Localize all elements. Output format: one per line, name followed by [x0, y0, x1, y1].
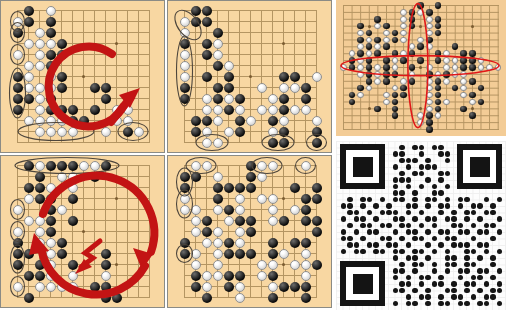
white-stone [383, 30, 390, 37]
qr-module [471, 236, 477, 242]
black-stone [224, 249, 234, 259]
qr-module [484, 229, 490, 235]
black-stone [301, 238, 311, 248]
qr-module [484, 223, 490, 229]
white-stone [46, 83, 56, 93]
black-stone [224, 205, 234, 215]
white-stone [435, 71, 442, 78]
black-stone [452, 43, 459, 50]
black-stone [312, 183, 322, 193]
white-stone [24, 72, 34, 82]
black-stone [213, 61, 223, 71]
black-stone [383, 57, 390, 64]
qr-module [393, 210, 399, 216]
black-stone [435, 106, 442, 113]
white-stone [400, 37, 407, 44]
black-stone [417, 43, 424, 50]
white-stone [374, 23, 381, 30]
black-stone [469, 92, 476, 99]
white-stone [443, 57, 450, 64]
black-stone [435, 85, 442, 92]
black-stone [35, 183, 45, 193]
white-stone [191, 205, 201, 215]
qr-module [367, 223, 373, 229]
white-stone [235, 238, 245, 248]
white-stone [426, 43, 433, 50]
white-stone [257, 83, 267, 93]
black-stone [409, 9, 416, 16]
qr-module [412, 288, 418, 294]
qr-module [477, 255, 483, 261]
white-stone [46, 238, 56, 248]
white-stone [400, 9, 407, 16]
black-stone [57, 105, 67, 115]
qr-module [471, 281, 477, 287]
black-stone [268, 293, 278, 303]
qr-module [393, 275, 399, 281]
white-stone [123, 116, 133, 126]
white-stone [257, 271, 267, 281]
white-stone [202, 238, 212, 248]
white-stone [290, 83, 300, 93]
qr-module [484, 268, 490, 274]
black-stone [246, 227, 256, 237]
black-stone [24, 183, 34, 193]
white-stone [13, 205, 23, 215]
black-stone [290, 238, 300, 248]
qr-module [347, 203, 353, 209]
black-stone [213, 83, 223, 93]
qr-module [458, 197, 464, 203]
qr-module [438, 177, 444, 183]
black-stone [460, 64, 467, 71]
qr-module [490, 203, 496, 209]
black-stone [35, 260, 45, 270]
qr-module [419, 184, 425, 190]
white-stone [180, 72, 190, 82]
black-stone [435, 23, 442, 30]
qr-module [438, 203, 444, 209]
white-stone [383, 92, 390, 99]
white-stone [35, 61, 45, 71]
qr-module [425, 197, 431, 203]
white-stone [24, 194, 34, 204]
black-stone [366, 30, 373, 37]
qr-module [412, 268, 418, 274]
white-stone [400, 50, 407, 57]
black-stone [224, 183, 234, 193]
white-stone [443, 64, 450, 71]
white-stone [400, 16, 407, 23]
qr-module [360, 223, 366, 229]
white-stone [213, 105, 223, 115]
white-stone [90, 161, 100, 171]
white-stone [57, 127, 67, 137]
qr-module [347, 197, 353, 203]
white-stone [495, 64, 502, 71]
black-stone [366, 78, 373, 85]
qr-module [458, 268, 464, 274]
qr-module [484, 197, 490, 203]
qr-module [360, 203, 366, 209]
qr-module [445, 236, 451, 242]
white-stone [374, 64, 381, 71]
white-stone [426, 64, 433, 71]
black-stone [460, 106, 467, 113]
white-stone [35, 161, 45, 171]
qr-module [451, 262, 457, 268]
qr-module [412, 301, 418, 307]
black-stone [301, 94, 311, 104]
white-stone [35, 50, 45, 60]
black-stone [426, 9, 433, 16]
white-stone [460, 92, 467, 99]
white-stone [24, 39, 34, 49]
black-stone [301, 293, 311, 303]
black-stone [357, 23, 364, 30]
qr-module [497, 249, 503, 255]
qr-module [425, 288, 431, 294]
qr-module [393, 268, 399, 274]
white-stone [409, 43, 416, 50]
qr-module [399, 262, 405, 268]
black-stone [101, 94, 111, 104]
black-stone [460, 57, 467, 64]
black-stone [57, 72, 67, 82]
white-stone [426, 106, 433, 113]
qr-module [451, 255, 457, 261]
black-stone [392, 50, 399, 57]
black-stone [312, 194, 322, 204]
white-stone [24, 61, 34, 71]
qr-module [341, 229, 347, 235]
black-stone [191, 282, 201, 292]
white-stone [112, 116, 122, 126]
qr-module [432, 223, 438, 229]
qr-module [419, 151, 425, 157]
white-stone [257, 172, 267, 182]
black-stone [213, 28, 223, 38]
qr-module [412, 158, 418, 164]
qr-module [497, 268, 503, 274]
qr-module [360, 216, 366, 222]
black-stone [301, 194, 311, 204]
black-stone [101, 260, 111, 270]
white-stone [202, 161, 212, 171]
white-stone [46, 72, 56, 82]
qr-module [497, 197, 503, 203]
qr-module [490, 210, 496, 216]
white-stone [46, 39, 56, 49]
white-stone [374, 78, 381, 85]
white-stone [191, 216, 201, 226]
white-stone [57, 172, 67, 182]
qr-module [393, 197, 399, 203]
qr-module [464, 242, 470, 248]
black-stone [290, 282, 300, 292]
white-stone [366, 50, 373, 57]
qr-module [406, 223, 412, 229]
white-stone [268, 205, 278, 215]
white-stone [35, 227, 45, 237]
qr-module [399, 177, 405, 183]
black-stone [426, 37, 433, 44]
black-stone [392, 112, 399, 119]
qr-module [432, 249, 438, 255]
qr-module [425, 216, 431, 222]
qr-module [464, 268, 470, 274]
qr-module [490, 288, 496, 294]
qr-module [445, 229, 451, 235]
qr-module [347, 210, 353, 216]
black-stone [68, 116, 78, 126]
qr-module [419, 236, 425, 242]
qr-module [438, 190, 444, 196]
white-stone [301, 249, 311, 259]
qr-module [432, 268, 438, 274]
qr-module [406, 158, 412, 164]
white-stone [409, 71, 416, 78]
white-stone [35, 238, 45, 248]
qr-module [464, 216, 470, 222]
qr-module [412, 255, 418, 261]
black-stone [392, 71, 399, 78]
white-stone [235, 227, 245, 237]
white-stone [180, 205, 190, 215]
go-article-collage [0, 0, 506, 310]
white-stone [357, 92, 364, 99]
qr-finder-center [353, 274, 373, 294]
qr-module [425, 158, 431, 164]
black-stone [46, 194, 56, 204]
qr-module [438, 294, 444, 300]
qr-module [425, 242, 431, 248]
black-stone [279, 216, 289, 226]
qr-module [347, 223, 353, 229]
black-stone [279, 282, 289, 292]
qr-module [386, 242, 392, 248]
qr-module [464, 262, 470, 268]
white-stone [426, 23, 433, 30]
white-stone [235, 282, 245, 292]
black-stone [290, 72, 300, 82]
qr-module [458, 229, 464, 235]
white-stone [235, 194, 245, 204]
white-stone [301, 271, 311, 281]
black-stone [279, 127, 289, 137]
qr-module [380, 210, 386, 216]
black-stone [400, 85, 407, 92]
white-stone [202, 138, 212, 148]
black-stone [301, 83, 311, 93]
white-stone [57, 282, 67, 292]
white-stone [340, 64, 347, 71]
qr-module [406, 203, 412, 209]
qr-module [367, 210, 373, 216]
white-stone [268, 282, 278, 292]
qr-module [406, 294, 412, 300]
qr-module [464, 288, 470, 294]
white-stone [191, 227, 201, 237]
black-stone [392, 37, 399, 44]
qr-module [419, 294, 425, 300]
white-stone [224, 127, 234, 137]
black-stone [13, 72, 23, 82]
qr-module [393, 190, 399, 196]
qr-module [445, 288, 451, 294]
qr-finder-pattern [340, 144, 385, 189]
white-stone [443, 78, 450, 85]
white-stone [46, 183, 56, 193]
white-stone [312, 116, 322, 126]
white-stone [452, 64, 459, 71]
black-stone [426, 71, 433, 78]
black-stone [460, 50, 467, 57]
white-stone [13, 282, 23, 292]
qr-module [497, 216, 503, 222]
white-stone [426, 30, 433, 37]
qr-module [386, 223, 392, 229]
qr-module [419, 223, 425, 229]
qr-module [354, 249, 360, 255]
black-stone [349, 57, 356, 64]
black-stone [366, 43, 373, 50]
black-stone [435, 92, 442, 99]
qr-module [464, 301, 470, 307]
qr-module [432, 190, 438, 196]
black-stone [469, 64, 476, 71]
stone-grid [179, 160, 322, 303]
qr-module [484, 301, 490, 307]
white-stone [180, 17, 190, 27]
black-stone [452, 85, 459, 92]
qr-module [497, 288, 503, 294]
white-stone [35, 216, 45, 226]
black-stone [180, 249, 190, 259]
go-board-19x19-symmetry [336, 0, 506, 136]
black-stone [68, 194, 78, 204]
black-stone [268, 116, 278, 126]
qr-module [412, 249, 418, 255]
black-stone [213, 183, 223, 193]
white-stone [460, 85, 467, 92]
go-board-screenshot-top-left [0, 0, 165, 153]
black-stone [101, 293, 111, 303]
black-stone [46, 205, 56, 215]
qr-module [406, 177, 412, 183]
black-stone [24, 17, 34, 27]
black-stone [13, 249, 23, 259]
black-stone [268, 249, 278, 259]
black-stone [409, 50, 416, 57]
qr-module [367, 197, 373, 203]
black-stone [68, 260, 78, 270]
black-stone [268, 138, 278, 148]
qr-module [399, 171, 405, 177]
black-stone [409, 23, 416, 30]
black-stone [202, 6, 212, 16]
black-stone [224, 282, 234, 292]
black-stone [123, 127, 133, 137]
white-stone [478, 64, 485, 71]
qr-module [464, 255, 470, 261]
black-stone [191, 17, 201, 27]
black-stone [202, 227, 212, 237]
qr-module [406, 242, 412, 248]
black-stone [392, 99, 399, 106]
black-stone [224, 72, 234, 82]
black-stone [383, 64, 390, 71]
black-stone [35, 194, 45, 204]
qr-code [336, 141, 506, 310]
black-stone [202, 50, 212, 60]
white-stone [400, 30, 407, 37]
qr-module [399, 216, 405, 222]
qr-module [458, 275, 464, 281]
black-stone [213, 194, 223, 204]
black-stone [202, 116, 212, 126]
qr-module [354, 210, 360, 216]
qr-module [477, 268, 483, 274]
black-stone [435, 99, 442, 106]
black-stone [366, 57, 373, 64]
qr-module [432, 236, 438, 242]
white-stone [435, 112, 442, 119]
qr-module [425, 275, 431, 281]
qr-module [419, 281, 425, 287]
white-stone [202, 282, 212, 292]
qr-module [412, 216, 418, 222]
white-stone [24, 216, 34, 226]
black-stone [57, 39, 67, 49]
white-stone [268, 127, 278, 137]
qr-module [497, 301, 503, 307]
white-stone [180, 28, 190, 38]
white-stone [46, 282, 56, 292]
white-stone [383, 37, 390, 44]
qr-module [393, 301, 399, 307]
white-stone [46, 260, 56, 270]
black-stone [312, 138, 322, 148]
black-stone [301, 205, 311, 215]
qr-module [471, 262, 477, 268]
black-stone [101, 282, 111, 292]
black-stone [46, 28, 56, 38]
black-stone [46, 50, 56, 60]
black-stone [180, 83, 190, 93]
qr-module [432, 262, 438, 268]
qr-module [399, 281, 405, 287]
black-stone [90, 83, 100, 93]
black-stone [90, 282, 100, 292]
black-stone [90, 105, 100, 115]
qr-module [497, 281, 503, 287]
qr-module [432, 216, 438, 222]
qr-module [399, 145, 405, 151]
white-stone [180, 50, 190, 60]
qr-module [490, 236, 496, 242]
black-stone [112, 293, 122, 303]
qr-module [490, 262, 496, 268]
qr-module [438, 301, 444, 307]
qr-module [438, 229, 444, 235]
black-stone [435, 50, 442, 57]
black-stone [202, 293, 212, 303]
white-stone [46, 116, 56, 126]
black-stone [312, 227, 322, 237]
black-stone [469, 112, 476, 119]
black-stone [383, 78, 390, 85]
